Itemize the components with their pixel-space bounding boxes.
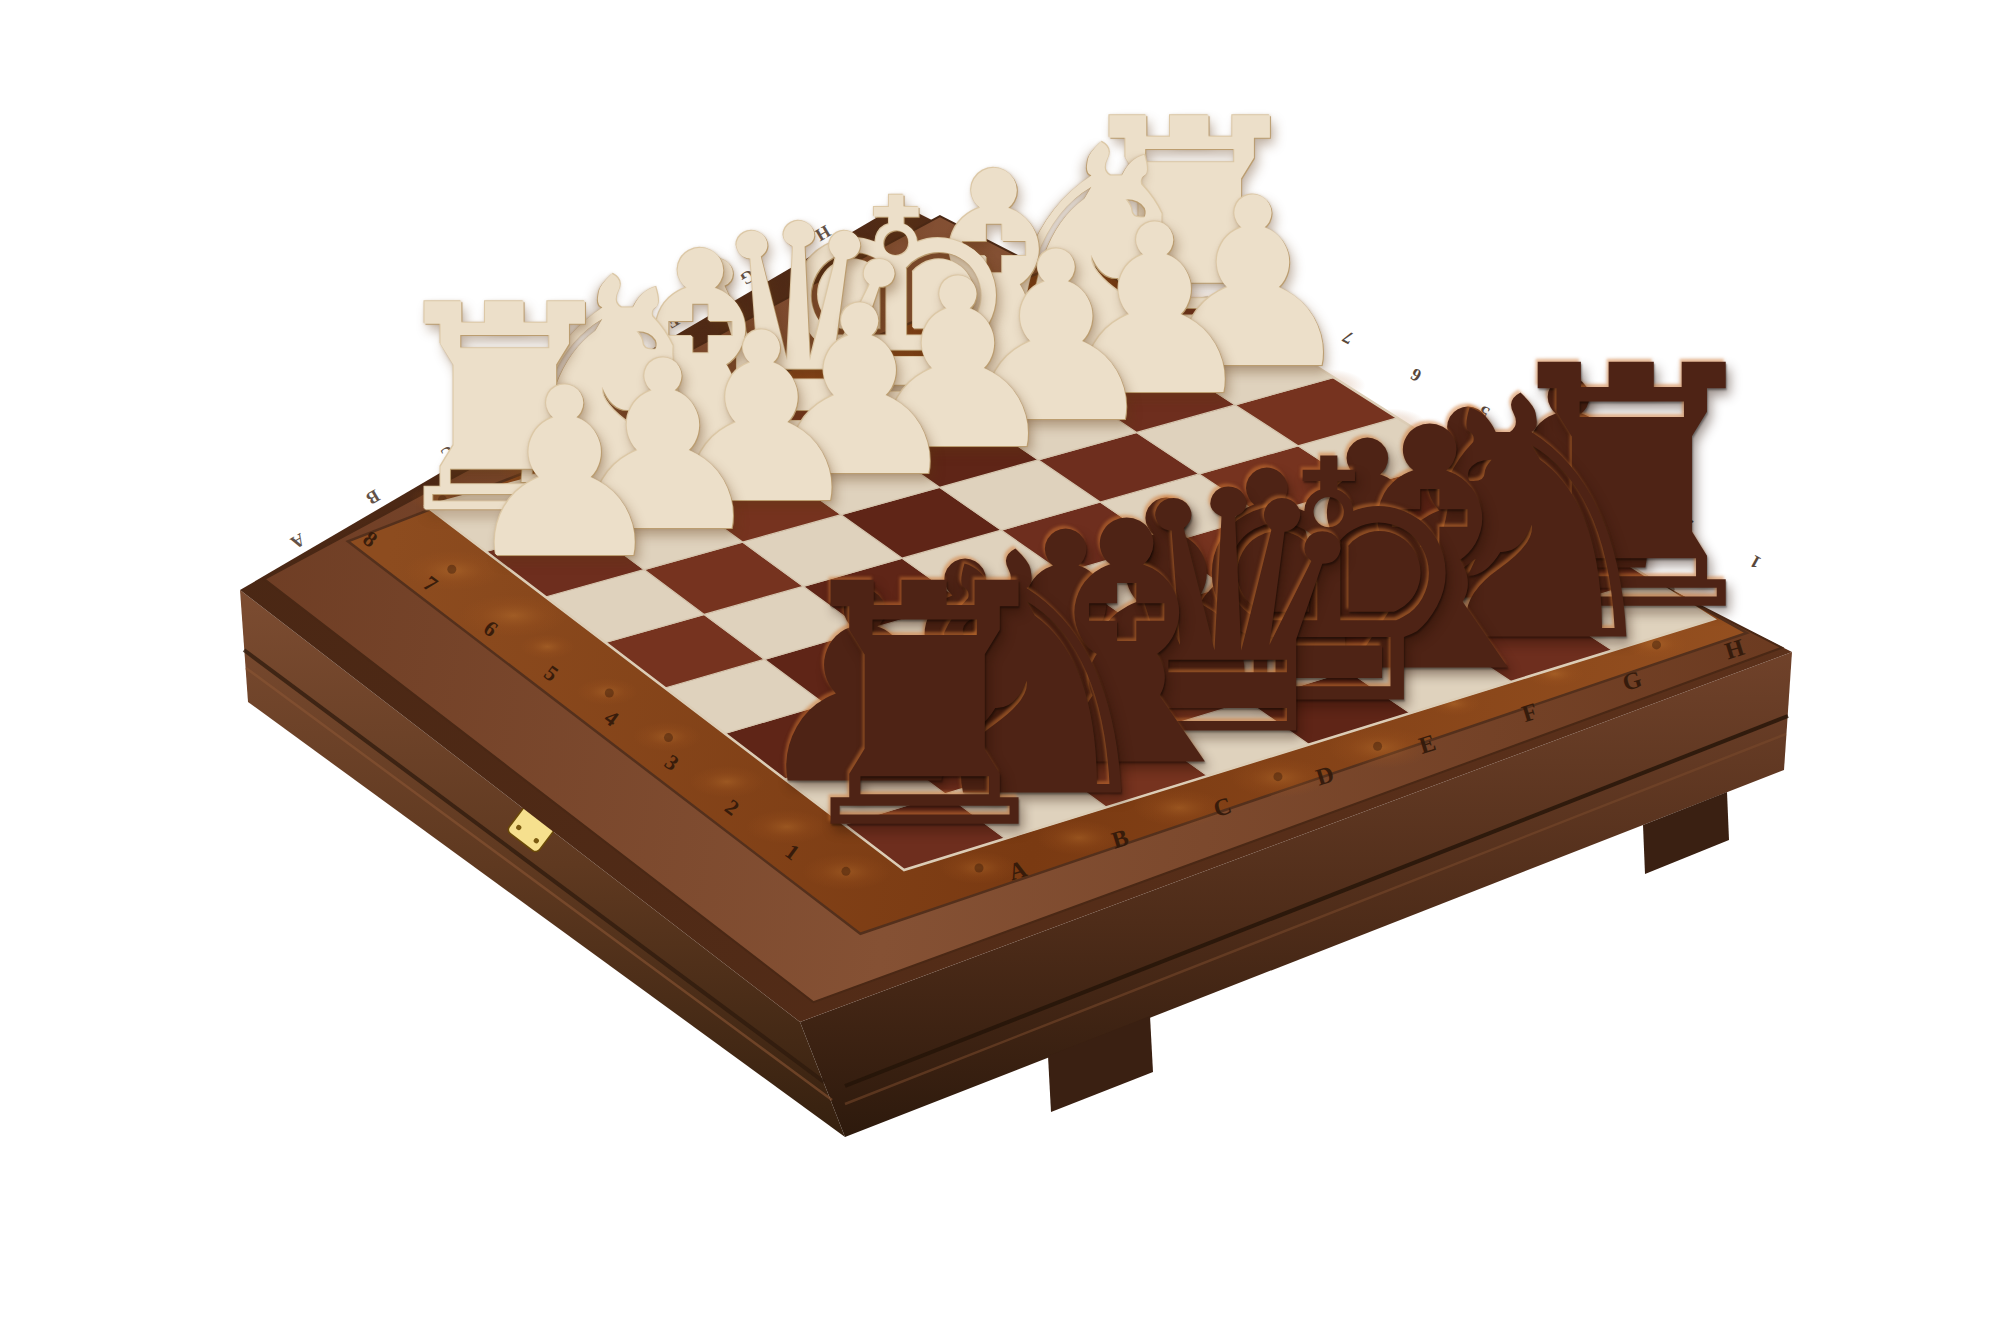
pieces-layer: ♜♞♟♝♟♚♟♛♟♝♟♞♟♜♟♟♟♟♜♟♞♟♝♟♚♟♛♟♝♟♞♜: [0, 0, 2000, 1333]
chess-box-photo: 12345678ABCDEFGH12345678ABCDEFGH ♜♞♟♝♟♚♟…: [0, 0, 2000, 1333]
piece-a1-rook-rosewood[interactable]: ♜: [775, 541, 1074, 875]
piece-a7-pawn-cream[interactable]: ♟: [460, 357, 669, 591]
